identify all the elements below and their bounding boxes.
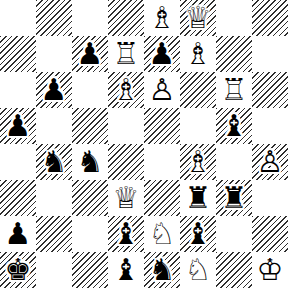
square-g1[interactable] — [216, 252, 252, 288]
piece-white-rook[interactable]: ♖ — [216, 72, 252, 108]
square-e6[interactable]: ♙ — [144, 72, 180, 108]
square-g2[interactable] — [216, 216, 252, 252]
square-c3[interactable] — [72, 180, 108, 216]
square-h2[interactable] — [252, 216, 288, 252]
piece-black-pawn[interactable]: ♟ — [72, 36, 108, 72]
piece-black-knight[interactable]: ♞ — [144, 252, 180, 288]
piece-black-rook[interactable]: ♜ — [216, 180, 252, 216]
square-d7[interactable]: ♖ — [108, 36, 144, 72]
square-g8[interactable] — [216, 0, 252, 36]
square-f2[interactable]: ♝ — [180, 216, 216, 252]
piece-white-bishop[interactable]: ♗ — [180, 36, 216, 72]
piece-white-queen[interactable]: ♕ — [108, 180, 144, 216]
square-f7[interactable]: ♗ — [180, 36, 216, 72]
piece-black-pawn[interactable]: ♟ — [144, 36, 180, 72]
piece-black-pawn[interactable]: ♟ — [36, 72, 72, 108]
piece-black-bishop[interactable]: ♝ — [108, 252, 144, 288]
square-g4[interactable] — [216, 144, 252, 180]
square-b6[interactable]: ♟ — [36, 72, 72, 108]
square-h1[interactable]: ♔ — [252, 252, 288, 288]
square-c8[interactable] — [72, 0, 108, 36]
square-h3[interactable] — [252, 180, 288, 216]
square-e2[interactable]: ♘ — [144, 216, 180, 252]
square-a8[interactable] — [0, 0, 36, 36]
piece-white-knight[interactable]: ♘ — [180, 252, 216, 288]
square-a4[interactable] — [0, 144, 36, 180]
square-c4[interactable]: ♞ — [72, 144, 108, 180]
square-a6[interactable] — [0, 72, 36, 108]
piece-white-knight[interactable]: ♘ — [144, 216, 180, 252]
square-c2[interactable] — [72, 216, 108, 252]
square-g5[interactable]: ♝ — [216, 108, 252, 144]
piece-black-rook[interactable]: ♜ — [180, 180, 216, 216]
square-b2[interactable] — [36, 216, 72, 252]
piece-black-bishop[interactable]: ♝ — [108, 216, 144, 252]
square-h8[interactable] — [252, 0, 288, 36]
square-h4[interactable]: ♙ — [252, 144, 288, 180]
square-a1[interactable]: ♚ — [0, 252, 36, 288]
square-a7[interactable] — [0, 36, 36, 72]
square-d4[interactable] — [108, 144, 144, 180]
square-c7[interactable]: ♟ — [72, 36, 108, 72]
square-h7[interactable] — [252, 36, 288, 72]
square-f5[interactable] — [180, 108, 216, 144]
piece-black-bishop[interactable]: ♝ — [180, 216, 216, 252]
piece-black-bishop[interactable]: ♝ — [216, 108, 252, 144]
square-b7[interactable] — [36, 36, 72, 72]
square-f1[interactable]: ♘ — [180, 252, 216, 288]
square-d8[interactable] — [108, 0, 144, 36]
square-e5[interactable] — [144, 108, 180, 144]
square-f4[interactable]: ♗ — [180, 144, 216, 180]
square-c5[interactable] — [72, 108, 108, 144]
square-e7[interactable]: ♟ — [144, 36, 180, 72]
piece-black-knight[interactable]: ♞ — [36, 144, 72, 180]
square-b8[interactable] — [36, 0, 72, 36]
square-c1[interactable] — [72, 252, 108, 288]
square-h6[interactable] — [252, 72, 288, 108]
square-d2[interactable]: ♝ — [108, 216, 144, 252]
square-e4[interactable] — [144, 144, 180, 180]
piece-black-pawn[interactable]: ♟ — [0, 216, 36, 252]
piece-black-knight[interactable]: ♞ — [72, 144, 108, 180]
piece-white-pawn[interactable]: ♙ — [252, 144, 288, 180]
square-d3[interactable]: ♕ — [108, 180, 144, 216]
piece-white-bishop[interactable]: ♗ — [144, 0, 180, 36]
piece-white-bishop[interactable]: ♗ — [180, 144, 216, 180]
square-f8[interactable]: ♕ — [180, 0, 216, 36]
piece-white-queen[interactable]: ♕ — [180, 0, 216, 36]
square-f3[interactable]: ♜ — [180, 180, 216, 216]
square-g6[interactable]: ♖ — [216, 72, 252, 108]
square-b1[interactable] — [36, 252, 72, 288]
square-e3[interactable] — [144, 180, 180, 216]
piece-white-king[interactable]: ♔ — [252, 252, 288, 288]
square-b3[interactable] — [36, 180, 72, 216]
square-a3[interactable] — [0, 180, 36, 216]
square-a5[interactable]: ♟ — [0, 108, 36, 144]
square-c6[interactable] — [72, 72, 108, 108]
square-a2[interactable]: ♟ — [0, 216, 36, 252]
square-g7[interactable] — [216, 36, 252, 72]
square-d5[interactable] — [108, 108, 144, 144]
square-g3[interactable]: ♜ — [216, 180, 252, 216]
piece-white-rook[interactable]: ♖ — [108, 36, 144, 72]
square-e8[interactable]: ♗ — [144, 0, 180, 36]
square-b4[interactable]: ♞ — [36, 144, 72, 180]
square-d1[interactable]: ♝ — [108, 252, 144, 288]
square-h5[interactable] — [252, 108, 288, 144]
piece-black-pawn[interactable]: ♟ — [0, 108, 36, 144]
square-d6[interactable]: ♗ — [108, 72, 144, 108]
piece-black-king[interactable]: ♚ — [0, 252, 36, 288]
chess-diagram: ♗♕♟♖♟♗♟♗♙♖♟♝♞♞♗♙♕♜♜♟♝♘♝♚♝♞♘♔ — [0, 0, 288, 288]
piece-white-bishop[interactable]: ♗ — [108, 72, 144, 108]
square-b5[interactable] — [36, 108, 72, 144]
piece-white-pawn[interactable]: ♙ — [144, 72, 180, 108]
square-e1[interactable]: ♞ — [144, 252, 180, 288]
chess-board: ♗♕♟♖♟♗♟♗♙♖♟♝♞♞♗♙♕♜♜♟♝♘♝♚♝♞♘♔ — [0, 0, 288, 288]
square-f6[interactable] — [180, 72, 216, 108]
